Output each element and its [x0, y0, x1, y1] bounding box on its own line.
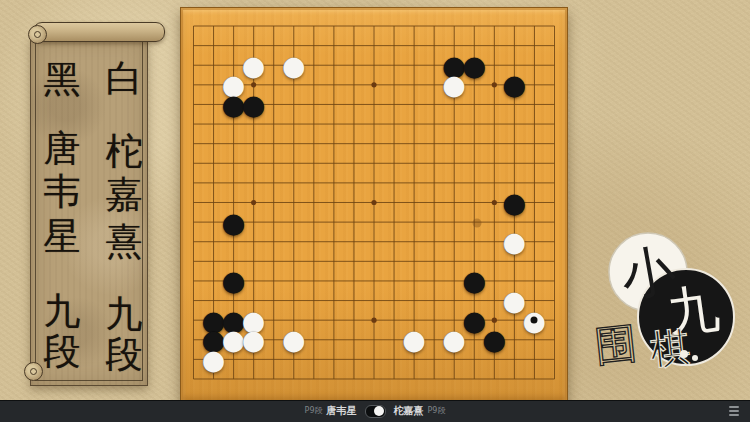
intersection-11-12[interactable] [384, 232, 404, 252]
intersection-1-19[interactable] [183, 369, 203, 389]
intersection-8-10[interactable] [324, 193, 344, 213]
intersection-11-6[interactable] [384, 114, 404, 134]
intersection-9-6[interactable] [344, 114, 364, 134]
intersection-17-17[interactable] [504, 330, 524, 350]
intersection-5-17[interactable] [264, 330, 284, 350]
intersection-1-2[interactable] [183, 36, 203, 56]
intersection-14-11[interactable] [444, 212, 464, 232]
intersection-19-16[interactable] [544, 310, 564, 330]
intersection-1-3[interactable] [183, 55, 203, 75]
intersection-10-14[interactable] [364, 271, 384, 291]
intersection-15-1[interactable] [464, 16, 484, 36]
intersection-18-7[interactable] [524, 134, 544, 154]
intersection-5-15[interactable] [264, 291, 284, 311]
intersection-12-10[interactable] [404, 193, 424, 213]
intersection-8-19[interactable] [324, 369, 344, 389]
intersection-1-11[interactable] [183, 212, 203, 232]
intersection-2-8[interactable] [204, 153, 224, 173]
intersection-15-8[interactable] [464, 153, 484, 173]
intersection-18-3[interactable] [524, 55, 544, 75]
intersection-7-4[interactable] [304, 75, 324, 95]
intersection-7-11[interactable] [304, 212, 324, 232]
intersection-5-5[interactable] [264, 95, 284, 115]
intersection-10-18[interactable] [364, 350, 384, 370]
intersection-11-17[interactable] [384, 330, 404, 350]
intersection-18-19[interactable] [524, 369, 544, 389]
intersection-1-1[interactable] [183, 16, 203, 36]
intersection-6-5[interactable] [284, 95, 304, 115]
intersection-8-9[interactable] [324, 173, 344, 193]
intersection-13-15[interactable] [424, 291, 444, 311]
intersection-7-18[interactable] [304, 350, 324, 370]
intersection-10-15[interactable] [364, 291, 384, 311]
intersection-4-13[interactable] [244, 252, 264, 272]
intersection-14-12[interactable] [444, 232, 464, 252]
intersection-12-2[interactable] [404, 36, 424, 56]
intersection-8-17[interactable] [324, 330, 344, 350]
intersection-1-4[interactable] [183, 75, 203, 95]
intersection-12-9[interactable] [404, 173, 424, 193]
intersection-8-6[interactable] [324, 114, 344, 134]
intersection-13-8[interactable] [424, 153, 444, 173]
intersection-10-13[interactable] [364, 252, 384, 272]
intersection-12-19[interactable] [404, 369, 424, 389]
intersection-3-8[interactable] [224, 153, 244, 173]
intersection-6-15[interactable] [284, 291, 304, 311]
intersection-19-18[interactable] [544, 350, 564, 370]
intersection-11-3[interactable] [384, 55, 404, 75]
intersection-9-3[interactable] [344, 55, 364, 75]
intersection-9-8[interactable] [344, 153, 364, 173]
intersection-11-14[interactable] [384, 271, 404, 291]
intersection-7-6[interactable] [304, 114, 324, 134]
intersection-7-8[interactable] [304, 153, 324, 173]
intersection-11-1[interactable] [384, 16, 404, 36]
intersection-13-6[interactable] [424, 114, 444, 134]
intersection-8-12[interactable] [324, 232, 344, 252]
intersection-7-7[interactable] [304, 134, 324, 154]
intersection-1-18[interactable] [183, 350, 203, 370]
intersection-10-10[interactable] [364, 193, 384, 213]
intersection-7-15[interactable] [304, 291, 324, 311]
intersection-15-11[interactable] [464, 212, 484, 232]
black-player-name: 唐韦星 [327, 406, 357, 416]
intersection-5-3[interactable] [264, 55, 284, 75]
intersection-13-12[interactable] [424, 232, 444, 252]
intersection-17-10[interactable]: ● [504, 193, 524, 213]
intersection-5-13[interactable] [264, 252, 284, 272]
intersection-4-3[interactable]: ● [244, 55, 264, 75]
intersection-12-5[interactable] [404, 95, 424, 115]
intersection-10-4[interactable] [364, 75, 384, 95]
intersection-18-16[interactable]: ● [524, 310, 544, 330]
intersection-9-19[interactable] [344, 369, 364, 389]
intersection-3-11[interactable]: ● [224, 212, 244, 232]
intersection-9-9[interactable] [344, 173, 364, 193]
intersection-19-6[interactable] [544, 114, 564, 134]
intersection-7-17[interactable] [304, 330, 324, 350]
intersection-7-14[interactable] [304, 271, 324, 291]
intersection-18-10[interactable] [524, 193, 544, 213]
intersection-18-8[interactable] [524, 153, 544, 173]
intersection-14-6[interactable] [444, 114, 464, 134]
intersection-5-10[interactable] [264, 193, 284, 213]
intersection-12-13[interactable] [404, 252, 424, 272]
intersection-10-11[interactable] [364, 212, 384, 232]
intersection-9-7[interactable] [344, 134, 364, 154]
intersection-4-11[interactable] [244, 212, 264, 232]
intersection-12-12[interactable] [404, 232, 424, 252]
intersection-10-19[interactable] [364, 369, 384, 389]
intersection-15-19[interactable] [464, 369, 484, 389]
intersection-1-14[interactable] [183, 271, 203, 291]
intersection-8-4[interactable] [324, 75, 344, 95]
intersection-2-5[interactable] [204, 95, 224, 115]
intersection-5-1[interactable] [264, 16, 284, 36]
intersection-8-8[interactable] [324, 153, 344, 173]
intersection-6-10[interactable] [284, 193, 304, 213]
intersection-5-6[interactable] [264, 114, 284, 134]
intersection-17-15[interactable]: ● [504, 291, 524, 311]
intersection-8-3[interactable] [324, 55, 344, 75]
intersection-19-11[interactable] [544, 212, 564, 232]
intersection-9-11[interactable] [344, 212, 364, 232]
intersection-9-18[interactable] [344, 350, 364, 370]
intersection-14-7[interactable] [444, 134, 464, 154]
intersection-10-17[interactable] [364, 330, 384, 350]
intersection-5-2[interactable] [264, 36, 284, 56]
intersection-13-9[interactable] [424, 173, 444, 193]
intersection-9-5[interactable] [344, 95, 364, 115]
intersection-8-5[interactable] [324, 95, 344, 115]
intersection-2-3[interactable] [204, 55, 224, 75]
intersection-6-9[interactable] [284, 173, 304, 193]
intersection-2-12[interactable] [204, 232, 224, 252]
intersection-1-13[interactable] [183, 252, 203, 272]
intersection-19-12[interactable] [544, 232, 564, 252]
intersection-19-19[interactable] [544, 369, 564, 389]
intersection-1-7[interactable] [183, 134, 203, 154]
intersection-10-7[interactable] [364, 134, 384, 154]
intersection-4-7[interactable] [244, 134, 264, 154]
intersection-8-18[interactable] [324, 350, 344, 370]
intersection-16-17[interactable]: ● [484, 330, 504, 350]
intersection-2-9[interactable] [204, 173, 224, 193]
intersection-7-1[interactable] [304, 16, 324, 36]
intersection-12-8[interactable] [404, 153, 424, 173]
intersection-1-8[interactable] [183, 153, 203, 173]
intersection-3-7[interactable] [224, 134, 244, 154]
intersection-9-17[interactable] [344, 330, 364, 350]
stone-color-toggle[interactable] [365, 405, 386, 418]
intersection-17-18[interactable] [504, 350, 524, 370]
intersection-3-19[interactable] [224, 369, 244, 389]
intersection-6-11[interactable] [284, 212, 304, 232]
intersection-18-4[interactable] [524, 75, 544, 95]
intersection-11-5[interactable] [384, 95, 404, 115]
intersection-19-5[interactable] [544, 95, 564, 115]
intersection-17-4[interactable]: ● [504, 75, 524, 95]
intersection-4-5[interactable]: ● [244, 95, 264, 115]
intersection-1-5[interactable] [183, 95, 203, 115]
intersection-16-8[interactable] [484, 153, 504, 173]
intersection-2-7[interactable] [204, 134, 224, 154]
intersection-5-14[interactable] [264, 271, 284, 291]
intersection-19-13[interactable] [544, 252, 564, 272]
intersection-12-14[interactable] [404, 271, 424, 291]
intersection-15-7[interactable] [464, 134, 484, 154]
intersection-7-3[interactable] [304, 55, 324, 75]
intersection-10-16[interactable] [364, 310, 384, 330]
intersection-14-4[interactable]: ● [444, 75, 464, 95]
intersection-5-18[interactable] [264, 350, 284, 370]
intersection-19-9[interactable] [544, 173, 564, 193]
intersection-12-11[interactable] [404, 212, 424, 232]
intersection-10-3[interactable] [364, 55, 384, 75]
white-stone: ● [242, 326, 266, 353]
intersection-14-10[interactable] [444, 193, 464, 213]
intersection-4-12[interactable] [244, 232, 264, 252]
intersection-19-10[interactable] [544, 193, 564, 213]
intersection-11-11[interactable] [384, 212, 404, 232]
intersection-9-16[interactable] [344, 310, 364, 330]
intersection-7-9[interactable] [304, 173, 324, 193]
intersection-18-1[interactable] [524, 16, 544, 36]
intersection-15-6[interactable] [464, 114, 484, 134]
intersection-11-2[interactable] [384, 36, 404, 56]
intersection-8-2[interactable] [324, 36, 344, 56]
intersection-6-8[interactable] [284, 153, 304, 173]
intersection-8-11[interactable] [324, 212, 344, 232]
intersection-12-17[interactable]: ● [404, 330, 424, 350]
intersection-15-9[interactable] [464, 173, 484, 193]
intersection-13-1[interactable] [424, 16, 444, 36]
intersection-4-9[interactable] [244, 173, 264, 193]
intersection-18-5[interactable] [524, 95, 544, 115]
intersection-5-4[interactable] [264, 75, 284, 95]
intersection-15-12[interactable] [464, 232, 484, 252]
intersection-17-6[interactable] [504, 114, 524, 134]
intersection-10-1[interactable] [364, 16, 384, 36]
intersection-11-19[interactable] [384, 369, 404, 389]
intersection-19-8[interactable] [544, 153, 564, 173]
intersection-7-2[interactable] [304, 36, 324, 56]
intersection-12-7[interactable] [404, 134, 424, 154]
intersection-18-14[interactable] [524, 271, 544, 291]
intersection-5-19[interactable] [264, 369, 284, 389]
intersection-9-4[interactable] [344, 75, 364, 95]
intersection-18-6[interactable] [524, 114, 544, 134]
intersection-7-12[interactable] [304, 232, 324, 252]
intersection-16-7[interactable] [484, 134, 504, 154]
intersection-11-13[interactable] [384, 252, 404, 272]
intersection-1-9[interactable] [183, 173, 203, 193]
intersection-19-14[interactable] [544, 271, 564, 291]
intersection-6-17[interactable]: ● [284, 330, 304, 350]
intersection-19-17[interactable] [544, 330, 564, 350]
intersection-17-12[interactable]: ● [504, 232, 524, 252]
intersection-2-18[interactable]: ● [204, 350, 224, 370]
intersection-19-1[interactable] [544, 16, 564, 36]
intersection-2-4[interactable] [204, 75, 224, 95]
intersection-6-19[interactable] [284, 369, 304, 389]
intersection-2-6[interactable] [204, 114, 224, 134]
intersection-8-13[interactable] [324, 252, 344, 272]
intersection-8-1[interactable] [324, 16, 344, 36]
intersection-2-1[interactable] [204, 16, 224, 36]
intersection-5-16[interactable] [264, 310, 284, 330]
intersection-5-8[interactable] [264, 153, 284, 173]
intersection-16-6[interactable] [484, 114, 504, 134]
intersection-18-2[interactable] [524, 36, 544, 56]
intersection-1-15[interactable] [183, 291, 203, 311]
intersection-11-7[interactable] [384, 134, 404, 154]
intersection-6-6[interactable] [284, 114, 304, 134]
intersection-9-14[interactable] [344, 271, 364, 291]
app-logo: 小 九 围 棋 [585, 228, 745, 398]
intersection-17-7[interactable] [504, 134, 524, 154]
intersection-8-16[interactable] [324, 310, 344, 330]
intersection-2-10[interactable] [204, 193, 224, 213]
intersection-19-15[interactable] [544, 291, 564, 311]
intersection-4-14[interactable] [244, 271, 264, 291]
intersection-11-9[interactable] [384, 173, 404, 193]
intersection-1-16[interactable] [183, 310, 203, 330]
intersection-5-9[interactable] [264, 173, 284, 193]
intersection-18-18[interactable] [524, 350, 544, 370]
intersection-18-13[interactable] [524, 252, 544, 272]
intersection-1-10[interactable] [183, 193, 203, 213]
intersection-8-7[interactable] [324, 134, 344, 154]
intersection-11-15[interactable] [384, 291, 404, 311]
intersection-6-3[interactable]: ● [284, 55, 304, 75]
intersection-17-8[interactable] [504, 153, 524, 173]
intersection-7-10[interactable] [304, 193, 324, 213]
intersection-9-1[interactable] [344, 16, 364, 36]
intersection-5-7[interactable] [264, 134, 284, 154]
intersection-1-12[interactable] [183, 232, 203, 252]
menu-button[interactable] [727, 404, 741, 418]
intersection-14-8[interactable] [444, 153, 464, 173]
intersection-15-5[interactable] [464, 95, 484, 115]
intersection-13-7[interactable] [424, 134, 444, 154]
intersection-5-12[interactable] [264, 232, 284, 252]
intersection-13-10[interactable] [424, 193, 444, 213]
intersection-10-2[interactable] [364, 36, 384, 56]
intersection-18-9[interactable] [524, 173, 544, 193]
intersection-4-17[interactable]: ● [244, 330, 264, 350]
intersection-8-15[interactable] [324, 291, 344, 311]
intersection-4-10[interactable] [244, 193, 264, 213]
intersection-10-9[interactable] [364, 173, 384, 193]
intersection-11-16[interactable] [384, 310, 404, 330]
intersection-19-7[interactable] [544, 134, 564, 154]
intersection-5-11[interactable] [264, 212, 284, 232]
intersection-7-16[interactable] [304, 310, 324, 330]
intersection-14-1[interactable] [444, 16, 464, 36]
intersection-3-2[interactable] [224, 36, 244, 56]
intersection-1-17[interactable] [183, 330, 203, 350]
intersection-4-1[interactable] [244, 16, 264, 36]
intersection-3-17[interactable]: ● [224, 330, 244, 350]
intersection-6-7[interactable] [284, 134, 304, 154]
intersection-12-6[interactable] [404, 114, 424, 134]
intersection-6-1[interactable] [284, 16, 304, 36]
intersection-16-1[interactable] [484, 16, 504, 36]
intersection-18-12[interactable] [524, 232, 544, 252]
intersection-17-19[interactable] [504, 369, 524, 389]
intersection-7-19[interactable] [304, 369, 324, 389]
intersection-12-15[interactable] [404, 291, 424, 311]
intersection-3-5[interactable]: ● [224, 95, 244, 115]
intersection-12-3[interactable] [404, 55, 424, 75]
white-stone: ● [502, 228, 526, 255]
intersection-2-13[interactable] [204, 252, 224, 272]
intersection-14-17[interactable]: ● [444, 330, 464, 350]
intersection-3-9[interactable] [224, 173, 244, 193]
intersection-6-12[interactable] [284, 232, 304, 252]
intersection-9-10[interactable] [344, 193, 364, 213]
intersection-13-19[interactable] [424, 369, 444, 389]
intersection-14-9[interactable] [444, 173, 464, 193]
intersection-7-5[interactable] [304, 95, 324, 115]
intersection-13-14[interactable] [424, 271, 444, 291]
intersection-2-2[interactable] [204, 36, 224, 56]
intersection-10-8[interactable] [364, 153, 384, 173]
intersection-11-18[interactable] [384, 350, 404, 370]
intersection-13-13[interactable] [424, 252, 444, 272]
intersection-17-1[interactable] [504, 16, 524, 36]
intersection-15-14[interactable]: ● [464, 271, 484, 291]
intersection-19-3[interactable] [544, 55, 564, 75]
intersection-10-12[interactable] [364, 232, 384, 252]
intersection-12-1[interactable] [404, 16, 424, 36]
intersection-9-2[interactable] [344, 36, 364, 56]
intersection-4-19[interactable] [244, 369, 264, 389]
intersection-3-14[interactable]: ● [224, 271, 244, 291]
black-stone: ● [462, 267, 486, 294]
intersection-15-10[interactable] [464, 193, 484, 213]
intersection-18-11[interactable] [524, 212, 544, 232]
intersection-2-14[interactable] [204, 271, 224, 291]
intersection-19-4[interactable] [544, 75, 564, 95]
intersection-10-6[interactable] [364, 114, 384, 134]
intersection-13-11[interactable] [424, 212, 444, 232]
intersection-2-11[interactable] [204, 212, 224, 232]
intersection-9-13[interactable] [344, 252, 364, 272]
intersection-1-6[interactable] [183, 114, 203, 134]
intersection-16-19[interactable] [484, 369, 504, 389]
intersection-15-3[interactable]: ● [464, 55, 484, 75]
intersection-16-2[interactable] [484, 36, 504, 56]
intersection-10-5[interactable] [364, 95, 384, 115]
intersection-4-8[interactable] [244, 153, 264, 173]
intersection-9-12[interactable] [344, 232, 364, 252]
intersection-6-14[interactable] [284, 271, 304, 291]
intersection-11-4[interactable] [384, 75, 404, 95]
intersection-7-13[interactable] [304, 252, 324, 272]
intersection-12-4[interactable] [404, 75, 424, 95]
intersection-17-2[interactable] [504, 36, 524, 56]
intersection-3-1[interactable] [224, 16, 244, 36]
intersection-6-13[interactable] [284, 252, 304, 272]
intersection-14-19[interactable] [444, 369, 464, 389]
intersection-8-14[interactable] [324, 271, 344, 291]
intersection-11-8[interactable] [384, 153, 404, 173]
intersection-9-15[interactable] [344, 291, 364, 311]
intersection-19-2[interactable] [544, 36, 564, 56]
intersection-11-10[interactable] [384, 193, 404, 213]
